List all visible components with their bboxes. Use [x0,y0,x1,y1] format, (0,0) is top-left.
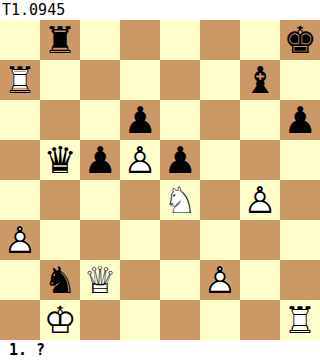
piece-white-pawn: ♙ [120,140,160,180]
piece-white-pawn: ♙ [240,180,280,220]
square-f6[interactable] [200,100,240,140]
square-h8[interactable]: ♚ [280,20,320,60]
square-h6[interactable]: ♟ [280,100,320,140]
square-c3[interactable] [80,220,120,260]
piece-black-knight: ♞ [40,260,80,300]
white-knight-fill: ♞ [160,180,200,220]
puzzle-title: T1.0945 [0,0,65,20]
square-d6[interactable]: ♟ [120,100,160,140]
white-rook-fill: ♜ [0,60,40,100]
square-g1[interactable] [240,300,280,340]
white-pawn-fill: ♟ [0,220,40,260]
square-a2[interactable] [0,260,40,300]
piece-black-king: ♚ [280,20,320,60]
white-pawn-fill: ♟ [200,260,240,300]
square-c7[interactable] [80,60,120,100]
square-g6[interactable] [240,100,280,140]
square-a4[interactable] [0,180,40,220]
square-d3[interactable] [120,220,160,260]
square-f2[interactable]: ♟♙ [200,260,240,300]
square-d7[interactable] [120,60,160,100]
square-e7[interactable] [160,60,200,100]
square-b7[interactable] [40,60,80,100]
piece-white-king: ♔ [40,300,80,340]
square-d1[interactable] [120,300,160,340]
square-e8[interactable] [160,20,200,60]
square-f5[interactable] [200,140,240,180]
square-g7[interactable]: ♝ [240,60,280,100]
square-f4[interactable] [200,180,240,220]
square-b8[interactable]: ♜ [40,20,80,60]
square-f8[interactable] [200,20,240,60]
square-h2[interactable] [280,260,320,300]
piece-black-pawn: ♟ [160,140,200,180]
square-d8[interactable] [120,20,160,60]
move-prompt: 1. ? [0,340,45,360]
piece-black-pawn: ♟ [120,100,160,140]
square-h5[interactable] [280,140,320,180]
piece-white-queen: ♕ [80,260,120,300]
square-h3[interactable] [280,220,320,260]
square-h7[interactable] [280,60,320,100]
square-f3[interactable] [200,220,240,260]
square-g2[interactable] [240,260,280,300]
square-a8[interactable] [0,20,40,60]
white-pawn-fill: ♟ [120,140,160,180]
white-pawn-fill: ♟ [240,180,280,220]
square-e3[interactable] [160,220,200,260]
piece-black-queen: ♛ [40,140,80,180]
square-b5[interactable]: ♛ [40,140,80,180]
square-e2[interactable] [160,260,200,300]
square-c6[interactable] [80,100,120,140]
square-b1[interactable]: ♚♔ [40,300,80,340]
white-king-fill: ♚ [40,300,80,340]
square-e6[interactable] [160,100,200,140]
piece-black-pawn: ♟ [80,140,120,180]
square-c2[interactable]: ♛♕ [80,260,120,300]
piece-white-rook: ♖ [280,300,320,340]
square-c8[interactable] [80,20,120,60]
square-d5[interactable]: ♟♙ [120,140,160,180]
piece-white-pawn: ♙ [200,260,240,300]
square-a6[interactable] [0,100,40,140]
square-b4[interactable] [40,180,80,220]
square-g3[interactable] [240,220,280,260]
square-c5[interactable]: ♟ [80,140,120,180]
square-c1[interactable] [80,300,120,340]
square-a7[interactable]: ♜♖ [0,60,40,100]
chess-board: ♜♚♜♖♝♟♟♛♟♟♙♟♞♘♟♙♟♙♞♛♕♟♙♚♔♜♖ [0,20,320,340]
square-c4[interactable] [80,180,120,220]
square-f7[interactable] [200,60,240,100]
square-e5[interactable]: ♟ [160,140,200,180]
piece-black-pawn: ♟ [280,100,320,140]
square-e1[interactable] [160,300,200,340]
white-queen-fill: ♛ [80,260,120,300]
square-h1[interactable]: ♜♖ [280,300,320,340]
square-g4[interactable]: ♟♙ [240,180,280,220]
square-a3[interactable]: ♟♙ [0,220,40,260]
piece-black-bishop: ♝ [240,60,280,100]
square-d2[interactable] [120,260,160,300]
piece-white-rook: ♖ [0,60,40,100]
piece-white-knight: ♘ [160,180,200,220]
square-a1[interactable] [0,300,40,340]
square-b2[interactable]: ♞ [40,260,80,300]
white-rook-fill: ♜ [280,300,320,340]
square-e4[interactable]: ♞♘ [160,180,200,220]
square-d4[interactable] [120,180,160,220]
square-g5[interactable] [240,140,280,180]
piece-black-rook: ♜ [40,20,80,60]
piece-white-pawn: ♙ [0,220,40,260]
square-g8[interactable] [240,20,280,60]
status-bar: 1. ? [0,340,320,360]
title-bar: T1.0945 [0,0,320,20]
square-b6[interactable] [40,100,80,140]
square-a5[interactable] [0,140,40,180]
square-b3[interactable] [40,220,80,260]
square-f1[interactable] [200,300,240,340]
square-h4[interactable] [280,180,320,220]
